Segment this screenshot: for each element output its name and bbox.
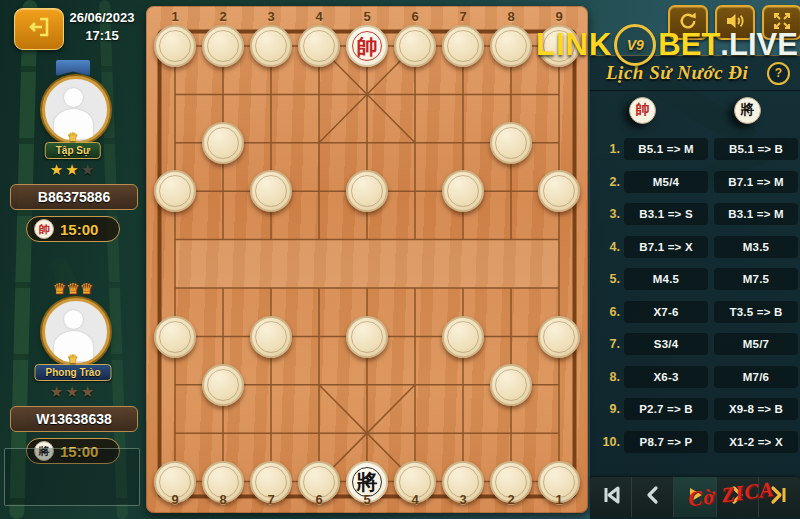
skip-start-icon bbox=[600, 485, 622, 509]
red-move[interactable]: P2.7 => B bbox=[624, 398, 708, 420]
point-f7-r9[interactable] bbox=[439, 409, 487, 457]
player-name: W13638638 bbox=[10, 406, 138, 432]
point-f4-r2[interactable] bbox=[295, 70, 343, 118]
black-move[interactable]: M5/7 bbox=[714, 333, 798, 355]
point-f5-r8[interactable] bbox=[343, 361, 391, 409]
step-back-button[interactable] bbox=[632, 477, 674, 517]
rank-badge-label: Phong Trào bbox=[46, 367, 101, 378]
face-down-piece[interactable] bbox=[442, 25, 484, 67]
point-f1-r5[interactable] bbox=[151, 216, 199, 264]
point-f3-r2[interactable] bbox=[247, 70, 295, 118]
rank-badge-label: Tập Sự bbox=[56, 145, 90, 156]
move-number: 3. bbox=[596, 207, 620, 221]
point-f3-r3[interactable] bbox=[247, 119, 295, 167]
face-down-piece[interactable] bbox=[154, 170, 196, 212]
player-timer: 帥 15:00 bbox=[26, 216, 120, 242]
face-down-piece[interactable] bbox=[442, 316, 484, 358]
point-f4-r4[interactable] bbox=[295, 167, 343, 215]
star-bronze: ★ bbox=[65, 383, 80, 400]
star-gold: ★ bbox=[50, 161, 65, 178]
point-f8-r3[interactable] bbox=[487, 119, 535, 167]
piece-ring bbox=[352, 31, 382, 61]
point-f1-r2[interactable] bbox=[151, 70, 199, 118]
move-number: 1. bbox=[596, 142, 620, 156]
point-f5-r7[interactable] bbox=[343, 312, 391, 360]
point-f8-r5[interactable] bbox=[487, 216, 535, 264]
red-move[interactable]: X7-6 bbox=[624, 301, 708, 323]
black-column-icon: 將 bbox=[734, 97, 761, 124]
history-column-headers: 帥 將 bbox=[590, 91, 800, 129]
point-f6-r8[interactable] bbox=[391, 361, 439, 409]
game-screen: 26/06/2023 17:15 ♛ Tập Sự ★★★ B86375886 … bbox=[0, 0, 800, 519]
board-coordinate: 8 bbox=[199, 492, 247, 507]
move-rows: 1.B5.1 => MB5.1 => B2.M5/4B7.1 => M3.B3.… bbox=[590, 129, 800, 455]
black-move[interactable]: B7.1 => M bbox=[714, 171, 798, 193]
logout-icon bbox=[27, 15, 51, 43]
fullscreen-icon bbox=[771, 10, 793, 36]
move-row-1: 1.B5.1 => MB5.1 => B bbox=[596, 136, 794, 162]
crown-icon: ♛ bbox=[68, 352, 79, 366]
avatar-silhouette bbox=[64, 310, 83, 329]
point-f6-r2[interactable] bbox=[391, 70, 439, 118]
point-f1-r8[interactable] bbox=[151, 361, 199, 409]
rank-badge: ♛ Phong Trào bbox=[35, 364, 112, 381]
face-down-piece[interactable] bbox=[250, 25, 292, 67]
black-move[interactable]: T3.5 => B bbox=[714, 301, 798, 323]
move-number: 8. bbox=[596, 370, 620, 384]
point-f8-r7[interactable] bbox=[487, 312, 535, 360]
point-f2-r5[interactable] bbox=[199, 216, 247, 264]
move-history-panel: Lịch Sử Nước Đi ? 帥 將 1.B5.1 => MB5.1 =>… bbox=[590, 55, 800, 519]
skip-end-button[interactable] bbox=[759, 477, 800, 517]
date-label: 26/06/2023 bbox=[58, 9, 146, 27]
point-f6-r6[interactable] bbox=[391, 264, 439, 312]
board-coordinate: 6 bbox=[295, 492, 343, 507]
point-f4-r3[interactable] bbox=[295, 119, 343, 167]
step-forward-icon bbox=[727, 485, 747, 509]
point-f2-r3[interactable] bbox=[199, 119, 247, 167]
board-coordinate: 7 bbox=[247, 492, 295, 507]
sound-button[interactable] bbox=[715, 5, 755, 40]
point-f6-r4[interactable] bbox=[391, 167, 439, 215]
step-forward-button[interactable] bbox=[717, 477, 759, 517]
move-number: 5. bbox=[596, 272, 620, 286]
point-f2-r6[interactable] bbox=[199, 264, 247, 312]
xiangqi-board: 123456789 帥將 987654321 bbox=[146, 6, 588, 513]
point-f5-r3[interactable] bbox=[343, 119, 391, 167]
face-down-piece[interactable] bbox=[154, 25, 196, 67]
point-f5-r6[interactable] bbox=[343, 264, 391, 312]
black-move[interactable]: B3.1 => M bbox=[714, 203, 798, 225]
refresh-button[interactable] bbox=[668, 5, 708, 40]
point-f8-r9[interactable] bbox=[487, 409, 535, 457]
black-move[interactable]: M3.5 bbox=[714, 236, 798, 258]
panel-title: Lịch Sử Nước Đi bbox=[606, 62, 767, 84]
point-f8-r4[interactable] bbox=[487, 167, 535, 215]
refresh-icon bbox=[677, 10, 699, 36]
point-f3-r8[interactable] bbox=[247, 361, 295, 409]
point-f5-r9[interactable] bbox=[343, 409, 391, 457]
point-f1-r6[interactable] bbox=[151, 264, 199, 312]
fullscreen-button[interactable] bbox=[762, 5, 800, 40]
point-f3-r9[interactable] bbox=[247, 409, 295, 457]
point-f2-r8[interactable] bbox=[199, 361, 247, 409]
window-controls bbox=[668, 5, 800, 40]
point-f7-r8[interactable] bbox=[439, 361, 487, 409]
point-f3-r4[interactable] bbox=[247, 167, 295, 215]
point-f5-r2[interactable] bbox=[343, 70, 391, 118]
step-back-icon bbox=[643, 485, 663, 509]
face-down-piece[interactable] bbox=[538, 25, 580, 67]
point-f7-r1[interactable] bbox=[439, 22, 487, 70]
point-f8-r8[interactable] bbox=[487, 361, 535, 409]
board-coordinate: 1 bbox=[535, 492, 583, 507]
point-f9-r3[interactable] bbox=[535, 119, 583, 167]
point-f6-r5[interactable] bbox=[391, 216, 439, 264]
point-f2-r9[interactable] bbox=[199, 409, 247, 457]
move-row-9: 9.P2.7 => BX9-8 => B bbox=[596, 396, 794, 422]
point-f6-r7[interactable] bbox=[391, 312, 439, 360]
move-row-10: 10.P8.7 => PX1-2 => X bbox=[596, 429, 794, 455]
point-f1-r1[interactable] bbox=[151, 22, 199, 70]
sound-icon bbox=[724, 10, 746, 36]
move-row-4: 4.B7.1 => XM3.5 bbox=[596, 234, 794, 260]
move-number: 9. bbox=[596, 402, 620, 416]
board-coordinate: 2 bbox=[487, 492, 535, 507]
point-f2-r2[interactable] bbox=[199, 70, 247, 118]
face-down-piece[interactable] bbox=[442, 170, 484, 212]
point-f7-r7[interactable] bbox=[439, 312, 487, 360]
red-move[interactable]: X6-3 bbox=[624, 366, 708, 388]
red-move[interactable]: B5.1 => M bbox=[624, 138, 708, 160]
point-f5-r4[interactable] bbox=[343, 167, 391, 215]
face-down-piece[interactable] bbox=[538, 316, 580, 358]
move-number: 2. bbox=[596, 175, 620, 189]
red-move[interactable]: M5/4 bbox=[624, 171, 708, 193]
point-f3-r6[interactable] bbox=[247, 264, 295, 312]
point-f9-r4[interactable] bbox=[535, 167, 583, 215]
board-coordinate: 3 bbox=[439, 492, 487, 507]
move-number: 6. bbox=[596, 305, 620, 319]
point-f1-r9[interactable] bbox=[151, 409, 199, 457]
point-f1-r4[interactable] bbox=[151, 167, 199, 215]
move-row-5: 5.M4.5M7.5 bbox=[596, 266, 794, 292]
red-move[interactable]: B7.1 => X bbox=[624, 236, 708, 258]
point-f6-r9[interactable] bbox=[391, 409, 439, 457]
exit-button[interactable] bbox=[14, 8, 64, 50]
point-f3-r1[interactable] bbox=[247, 22, 295, 70]
point-f4-r5[interactable] bbox=[295, 216, 343, 264]
face-down-piece[interactable] bbox=[490, 25, 532, 67]
point-f9-r9[interactable] bbox=[535, 409, 583, 457]
face-down-piece[interactable] bbox=[538, 170, 580, 212]
point-f9-r5[interactable] bbox=[535, 216, 583, 264]
point-f9-r1[interactable] bbox=[535, 22, 583, 70]
move-row-2: 2.M5/4B7.1 => M bbox=[596, 169, 794, 195]
point-f9-r7[interactable] bbox=[535, 312, 583, 360]
face-down-piece[interactable] bbox=[346, 316, 388, 358]
board-coordinates-bottom: 987654321 bbox=[151, 492, 583, 507]
play-icon bbox=[685, 485, 705, 509]
red-move[interactable]: P8.7 => P bbox=[624, 431, 708, 453]
datetime-display: 26/06/2023 17:15 bbox=[58, 9, 146, 44]
move-row-8: 8.X6-3M7/6 bbox=[596, 364, 794, 390]
replay-controls bbox=[590, 477, 800, 517]
face-down-piece[interactable] bbox=[154, 316, 196, 358]
red-general-piece[interactable]: 帥 bbox=[346, 25, 388, 67]
point-f8-r6[interactable] bbox=[487, 264, 535, 312]
board-coordinate: 4 bbox=[391, 492, 439, 507]
crown-decoration: ♛♛♛ bbox=[0, 280, 146, 298]
help-icon[interactable]: ? bbox=[767, 62, 790, 85]
face-down-piece[interactable] bbox=[250, 170, 292, 212]
face-down-piece[interactable] bbox=[346, 170, 388, 212]
point-f6-r1[interactable] bbox=[391, 22, 439, 70]
panel-header: Lịch Sử Nước Đi ? bbox=[590, 56, 800, 91]
move-number: 4. bbox=[596, 240, 620, 254]
star-bronze: ★ bbox=[50, 383, 65, 400]
avatar-silhouette bbox=[64, 88, 83, 107]
black-move[interactable]: M7/6 bbox=[714, 366, 798, 388]
time-label: 17:15 bbox=[58, 27, 146, 45]
crown-icon: ♛ bbox=[68, 130, 79, 144]
move-row-6: 6.X7-6T3.5 => B bbox=[596, 299, 794, 325]
point-f4-r8[interactable] bbox=[295, 361, 343, 409]
point-f7-r3[interactable] bbox=[439, 119, 487, 167]
face-down-piece[interactable] bbox=[250, 316, 292, 358]
move-row-7: 7.S3/4M5/7 bbox=[596, 331, 794, 357]
point-f2-r4[interactable] bbox=[199, 167, 247, 215]
move-number: 7. bbox=[596, 337, 620, 351]
red-general-icon: 帥 bbox=[34, 219, 54, 239]
black-move[interactable]: X9-8 => B bbox=[714, 398, 798, 420]
point-f1-r7[interactable] bbox=[151, 312, 199, 360]
chat-box[interactable] bbox=[4, 448, 140, 506]
player-stars: ★★★ bbox=[0, 384, 146, 399]
point-f5-r1[interactable]: 帥 bbox=[343, 22, 391, 70]
black-move[interactable]: B5.1 => B bbox=[714, 138, 798, 160]
timer-value: 15:00 bbox=[60, 221, 98, 238]
point-f7-r5[interactable] bbox=[439, 216, 487, 264]
point-f9-r8[interactable] bbox=[535, 361, 583, 409]
point-f8-r2[interactable] bbox=[487, 70, 535, 118]
face-down-piece[interactable] bbox=[394, 25, 436, 67]
point-f4-r6[interactable] bbox=[295, 264, 343, 312]
pennant-decoration bbox=[56, 60, 90, 76]
skip-end-icon bbox=[768, 485, 790, 509]
board-coordinate: 9 bbox=[151, 492, 199, 507]
point-f7-r4[interactable] bbox=[439, 167, 487, 215]
point-f4-r9[interactable] bbox=[295, 409, 343, 457]
red-move[interactable]: M4.5 bbox=[624, 268, 708, 290]
rank-badge: ♛ Tập Sự bbox=[45, 142, 101, 159]
face-down-piece[interactable] bbox=[202, 364, 244, 406]
point-f7-r2[interactable] bbox=[439, 70, 487, 118]
point-f4-r1[interactable] bbox=[295, 22, 343, 70]
point-f4-r7[interactable] bbox=[295, 312, 343, 360]
point-f1-r3[interactable] bbox=[151, 119, 199, 167]
player-name: B86375886 bbox=[10, 184, 138, 210]
point-f6-r3[interactable] bbox=[391, 119, 439, 167]
point-f9-r2[interactable] bbox=[535, 70, 583, 118]
skip-start-button[interactable] bbox=[590, 477, 632, 517]
player-stars: ★★★ bbox=[0, 162, 146, 177]
black-move[interactable]: M7.5 bbox=[714, 268, 798, 290]
star-gold: ★ bbox=[65, 161, 80, 178]
red-column-icon: 帥 bbox=[629, 97, 656, 124]
point-f2-r1[interactable] bbox=[199, 22, 247, 70]
point-f3-r7[interactable] bbox=[247, 312, 295, 360]
move-number: 10. bbox=[596, 435, 620, 449]
face-down-piece[interactable] bbox=[490, 364, 532, 406]
point-f7-r6[interactable] bbox=[439, 264, 487, 312]
play-button[interactable] bbox=[674, 477, 716, 517]
board-coordinate: 5 bbox=[343, 492, 391, 507]
point-f5-r5[interactable] bbox=[343, 216, 391, 264]
point-f8-r1[interactable] bbox=[487, 22, 535, 70]
face-down-piece[interactable] bbox=[298, 25, 340, 67]
move-row-3: 3.B3.1 => SB3.1 => M bbox=[596, 201, 794, 227]
red-move[interactable]: S3/4 bbox=[624, 333, 708, 355]
point-f2-r7[interactable] bbox=[199, 312, 247, 360]
point-f9-r6[interactable] bbox=[535, 264, 583, 312]
face-down-piece[interactable] bbox=[490, 122, 532, 164]
red-move[interactable]: B3.1 => S bbox=[624, 203, 708, 225]
star-bronze: ★ bbox=[81, 383, 96, 400]
face-down-piece[interactable] bbox=[202, 25, 244, 67]
black-move[interactable]: X1-2 => X bbox=[714, 431, 798, 453]
point-f3-r5[interactable] bbox=[247, 216, 295, 264]
star-gray: ★ bbox=[81, 161, 96, 178]
face-down-piece[interactable] bbox=[202, 122, 244, 164]
board-grid: 帥將 bbox=[151, 22, 583, 506]
